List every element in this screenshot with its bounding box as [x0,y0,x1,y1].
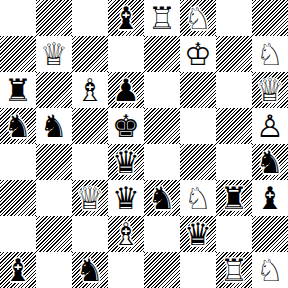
square-g6[interactable] [216,72,252,108]
piece-white-knight: ♘ [180,0,216,36]
piece-black-bishop: ♝ [108,0,144,36]
square-e4[interactable] [144,144,180,180]
piece-black-knight: ♞ [0,108,36,144]
piece-white-queen: ♕ [72,180,108,216]
square-f5[interactable] [180,108,216,144]
piece-halo: ♞ [144,180,180,216]
piece-halo: ♚ [108,108,144,144]
piece-white-queen: ♕ [252,72,288,108]
piece-white-king: ♔ [180,36,216,72]
piece-black-queen: ♛ [180,216,216,252]
piece-halo: ♞ [72,252,108,288]
piece-halo: ♝ [108,216,144,252]
square-a2[interactable] [0,216,36,252]
square-e6[interactable] [144,72,180,108]
square-a1[interactable]: ♝♝ [0,252,36,288]
square-b1[interactable] [36,252,72,288]
chess-board: ♝♝♜♖♞♘♛♕♚♔♞♘♜♜♝♗♟♟♛♕♞♞♞♞♚♚♟♙♛♛♞♞♛♕♛♛♞♞♞♘… [0,0,288,288]
piece-black-king: ♚ [108,108,144,144]
square-b6[interactable] [36,72,72,108]
square-g8[interactable] [216,0,252,36]
square-f2[interactable]: ♛♛ [180,216,216,252]
square-e8[interactable]: ♜♖ [144,0,180,36]
piece-halo: ♞ [252,36,288,72]
piece-white-bishop: ♗ [108,216,144,252]
piece-halo: ♞ [36,108,72,144]
piece-halo: ♝ [252,180,288,216]
square-d3[interactable]: ♛♛ [108,180,144,216]
piece-black-knight: ♞ [252,144,288,180]
square-d1[interactable] [108,252,144,288]
piece-halo: ♟ [108,72,144,108]
square-f1[interactable] [180,252,216,288]
square-c5[interactable] [72,108,108,144]
piece-black-knight: ♞ [72,252,108,288]
square-b5[interactable]: ♞♞ [36,108,72,144]
square-a3[interactable] [0,180,36,216]
square-e5[interactable] [144,108,180,144]
square-a4[interactable] [0,144,36,180]
piece-halo: ♜ [0,72,36,108]
square-g2[interactable] [216,216,252,252]
square-b8[interactable] [36,0,72,36]
piece-black-rook: ♜ [216,180,252,216]
piece-halo: ♜ [216,180,252,216]
piece-white-knight: ♘ [180,180,216,216]
square-g3[interactable]: ♜♜ [216,180,252,216]
square-c7[interactable] [72,36,108,72]
square-h7[interactable]: ♞♘ [252,36,288,72]
square-d7[interactable] [108,36,144,72]
square-g4[interactable] [216,144,252,180]
square-b2[interactable] [36,216,72,252]
square-g7[interactable] [216,36,252,72]
piece-halo: ♜ [144,0,180,36]
piece-black-knight: ♞ [144,180,180,216]
square-b4[interactable] [36,144,72,180]
piece-black-knight: ♞ [36,108,72,144]
piece-black-bishop: ♝ [0,252,36,288]
square-d2[interactable]: ♝♗ [108,216,144,252]
piece-halo: ♝ [0,252,36,288]
piece-black-bishop: ♝ [252,180,288,216]
piece-white-rook: ♖ [144,0,180,36]
piece-white-bishop: ♗ [72,72,108,108]
piece-white-pawn: ♙ [252,108,288,144]
piece-halo: ♜ [216,252,252,288]
piece-black-queen: ♛ [108,144,144,180]
square-e1[interactable] [144,252,180,288]
square-b7[interactable]: ♛♕ [36,36,72,72]
square-f7[interactable]: ♚♔ [180,36,216,72]
square-d8[interactable]: ♝♝ [108,0,144,36]
piece-halo: ♛ [36,36,72,72]
square-b3[interactable] [36,180,72,216]
piece-white-rook: ♖ [216,252,252,288]
square-h3[interactable]: ♝♝ [252,180,288,216]
piece-halo: ♛ [108,180,144,216]
square-a8[interactable] [0,0,36,36]
square-c4[interactable] [72,144,108,180]
square-a6[interactable]: ♜♜ [0,72,36,108]
square-e3[interactable]: ♞♞ [144,180,180,216]
piece-halo: ♛ [72,180,108,216]
piece-halo: ♞ [0,108,36,144]
square-a5[interactable]: ♞♞ [0,108,36,144]
square-c1[interactable]: ♞♞ [72,252,108,288]
square-f3[interactable]: ♞♘ [180,180,216,216]
square-f8[interactable]: ♞♘ [180,0,216,36]
piece-black-pawn: ♟ [108,72,144,108]
square-e7[interactable] [144,36,180,72]
square-h4[interactable]: ♞♞ [252,144,288,180]
piece-white-knight: ♘ [252,252,288,288]
piece-halo: ♞ [252,144,288,180]
square-c8[interactable] [72,0,108,36]
piece-halo: ♞ [180,180,216,216]
piece-halo: ♛ [180,216,216,252]
square-h5[interactable]: ♟♙ [252,108,288,144]
piece-halo: ♛ [252,72,288,108]
square-g1[interactable]: ♜♖ [216,252,252,288]
square-d5[interactable]: ♚♚ [108,108,144,144]
piece-black-rook: ♜ [0,72,36,108]
piece-halo: ♝ [108,0,144,36]
piece-white-queen: ♕ [36,36,72,72]
piece-halo: ♝ [72,72,108,108]
square-g5[interactable] [216,108,252,144]
square-d4[interactable]: ♛♛ [108,144,144,180]
piece-white-knight: ♘ [252,36,288,72]
square-c2[interactable] [72,216,108,252]
square-c6[interactable]: ♝♗ [72,72,108,108]
square-h6[interactable]: ♛♕ [252,72,288,108]
square-f6[interactable] [180,72,216,108]
square-c3[interactable]: ♛♕ [72,180,108,216]
piece-halo: ♞ [180,0,216,36]
square-a7[interactable] [0,36,36,72]
square-e2[interactable] [144,216,180,252]
square-h8[interactable] [252,0,288,36]
piece-halo: ♞ [252,252,288,288]
piece-halo: ♚ [180,36,216,72]
square-h2[interactable] [252,216,288,252]
piece-halo: ♟ [252,108,288,144]
square-h1[interactable]: ♞♘ [252,252,288,288]
square-d6[interactable]: ♟♟ [108,72,144,108]
piece-black-queen: ♛ [108,180,144,216]
square-f4[interactable] [180,144,216,180]
piece-halo: ♛ [108,144,144,180]
